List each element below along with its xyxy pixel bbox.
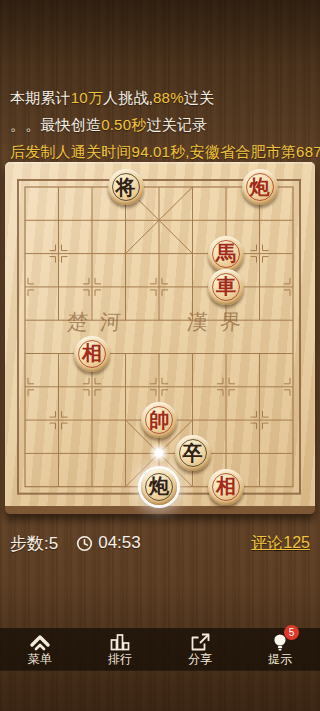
piece-glyph: 相 bbox=[82, 340, 102, 367]
piece-red-elephant-left[interactable]: 相 bbox=[74, 336, 110, 372]
nav-item-ranking[interactable]: 排行 bbox=[80, 628, 160, 670]
piece-glyph: 馬 bbox=[216, 240, 236, 267]
game-stats-row: 步数:5 04:53 评论125 bbox=[0, 530, 320, 556]
xiangqi-board[interactable]: 楚河 漢界 将炮馬車相帥卒炮相 bbox=[5, 162, 315, 514]
nav-item-hint[interactable]: 提示 5 bbox=[240, 628, 320, 670]
nav-item-share[interactable]: 分享 bbox=[160, 628, 240, 670]
stat-text-segment: 过关记录 bbox=[146, 116, 207, 133]
piece-black-general[interactable]: 将 bbox=[108, 169, 144, 205]
piece-glyph: 炮 bbox=[149, 473, 169, 500]
timer-value: 04:53 bbox=[98, 533, 141, 553]
piece-red-chariot[interactable]: 車 bbox=[208, 269, 244, 305]
piece-black-pawn[interactable]: 卒 bbox=[175, 435, 211, 471]
piece-black-cannon[interactable]: 炮 bbox=[141, 469, 177, 505]
piece-red-elephant-right[interactable]: 相 bbox=[208, 469, 244, 505]
ranking-icon bbox=[109, 632, 131, 652]
piece-red-horse[interactable]: 馬 bbox=[208, 236, 244, 272]
piece-red-cannon[interactable]: 炮 bbox=[242, 169, 278, 205]
nav-label: 分享 bbox=[188, 653, 212, 666]
nav-label: 菜单 bbox=[28, 653, 52, 666]
nav-item-menu[interactable]: 菜单 bbox=[0, 628, 80, 670]
stat-text-segment: 人挑战, bbox=[103, 89, 153, 106]
stats-line-participants: 本期累计10万人挑战,88%过关 bbox=[10, 84, 310, 111]
pieces-layer: 将炮馬車相帥卒炮相 bbox=[5, 162, 315, 506]
stat-text-segment: 过关 bbox=[184, 89, 214, 106]
stat-text-segment: 88% bbox=[153, 89, 184, 106]
piece-glyph: 卒 bbox=[183, 440, 203, 467]
move-target-marker bbox=[148, 442, 170, 464]
nav-label: 排行 bbox=[108, 653, 132, 666]
menu-up-icon bbox=[28, 632, 52, 652]
stats-line-record: 。。最快创造0.50秒过关记录 bbox=[10, 111, 310, 138]
piece-glyph: 炮 bbox=[250, 174, 270, 201]
share-icon bbox=[189, 632, 211, 652]
piece-red-general[interactable]: 帥 bbox=[141, 402, 177, 438]
comments-link[interactable]: 评论125 bbox=[251, 533, 310, 554]
stat-text-segment: 。。最快创造 bbox=[10, 116, 101, 133]
stats-line-latest-clear: 后发制人通关时间94.01秒,安徽省合肥市第687 bbox=[10, 138, 310, 165]
bottom-nav: 菜单 排行 分享 bbox=[0, 628, 320, 670]
event-stats-header: 本期累计10万人挑战,88%过关 。。最快创造0.50秒过关记录 后发制人通关时… bbox=[10, 84, 310, 165]
timer: 04:53 bbox=[76, 533, 141, 553]
piece-glyph: 車 bbox=[216, 273, 236, 300]
stat-text-segment: 后发制人通关时间94.01秒,安徽省合肥市第687 bbox=[10, 143, 320, 160]
stat-text-segment: 本期累计 bbox=[10, 89, 71, 106]
game-screen: 本期累计10万人挑战,88%过关 。。最快创造0.50秒过关记录 后发制人通关时… bbox=[0, 0, 320, 711]
stat-text-segment: 10万 bbox=[71, 89, 103, 106]
piece-glyph: 帥 bbox=[149, 407, 169, 434]
move-count: 步数:5 bbox=[10, 532, 58, 555]
hint-badge: 5 bbox=[284, 625, 299, 640]
stat-text-segment: 0.50秒 bbox=[101, 116, 146, 133]
piece-glyph: 相 bbox=[216, 473, 236, 500]
nav-label: 提示 bbox=[268, 653, 292, 666]
piece-glyph: 将 bbox=[116, 174, 136, 201]
clock-icon bbox=[76, 535, 93, 552]
